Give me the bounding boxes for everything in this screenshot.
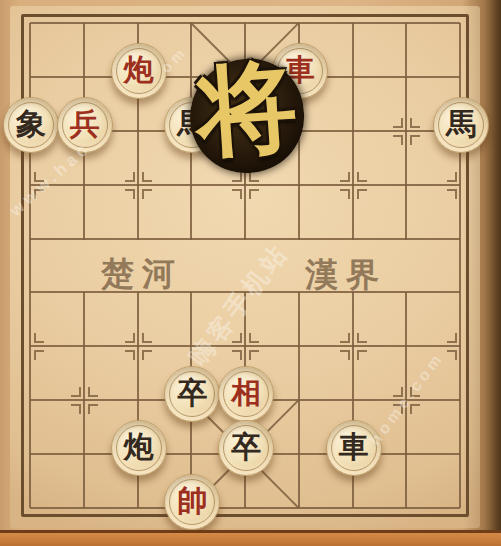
piece-red-general[interactable]: 帥 — [164, 474, 220, 530]
piece-glyph: 相 — [231, 378, 261, 408]
piece-glyph: 卒 — [177, 378, 207, 408]
piece-black-soldier[interactable]: 卒 — [218, 420, 274, 476]
piece-black-elephant[interactable]: 象 — [3, 97, 59, 153]
piece-red-cannon[interactable]: 炮 — [111, 43, 167, 99]
piece-glyph: 馬 — [446, 109, 476, 139]
xiangqi-game-screen: 楚河 漢界 炮車象兵馬將馬卒相炮卒車帥 将 omwww.hac嗨客手机站home… — [0, 0, 501, 546]
river-label-chu-he: 楚河 — [101, 252, 183, 297]
piece-glyph: 帥 — [177, 486, 207, 516]
piece-glyph: 卒 — [231, 432, 261, 462]
river-label-han-jie: 漢界 — [305, 253, 387, 298]
piece-red-soldier[interactable]: 兵 — [57, 97, 113, 153]
piece-red-elephant[interactable]: 相 — [218, 366, 274, 422]
piece-glyph: 炮 — [124, 432, 154, 462]
check-banner: 将 — [190, 59, 304, 173]
piece-glyph: 炮 — [124, 55, 154, 85]
piece-glyph: 象 — [16, 109, 46, 139]
piece-glyph: 兵 — [70, 109, 100, 139]
piece-black-cannon[interactable]: 炮 — [111, 420, 167, 476]
piece-black-horse[interactable]: 馬 — [433, 97, 489, 153]
bottom-orange-bar — [0, 530, 501, 546]
piece-glyph: 車 — [339, 432, 369, 462]
check-banner-glyph: 将 — [192, 40, 301, 182]
piece-black-chariot[interactable]: 車 — [326, 420, 382, 476]
